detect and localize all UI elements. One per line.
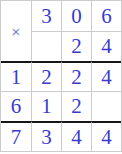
- grid-cell-r1c2: 3: [31, 1, 61, 31]
- grid-cell-r3c3: 2: [61, 61, 91, 91]
- grid-cell-r4c2: 1: [31, 91, 61, 121]
- grid-cell-r3c4: 4: [91, 61, 121, 91]
- grid-cell-r1c3: 0: [61, 1, 91, 31]
- multiply-operator: ×: [1, 1, 31, 61]
- grid-cell-r3c2: 2: [31, 61, 61, 91]
- grid-cell-r5c1: 7: [1, 121, 31, 151]
- grid-cell-r4c3: 2: [61, 91, 91, 121]
- grid-cell-r1c4: 6: [91, 1, 121, 31]
- grid-cell-r3c1: 1: [1, 61, 31, 91]
- grid-cell-r5c4: 4: [91, 121, 121, 151]
- grid-cell-r2c4: 4: [91, 31, 121, 61]
- grid-cell-r4c4: [91, 91, 121, 121]
- grid-cell-r5c3: 4: [61, 121, 91, 151]
- grid-cell-r4c1: 6: [1, 91, 31, 121]
- grid-cell-r2c2: [31, 31, 61, 61]
- grid-cell-r5c2: 3: [31, 121, 61, 151]
- long-multiplication-grid: × 3062412246127344: [0, 0, 122, 152]
- grid-cell-r2c3: 2: [61, 31, 91, 61]
